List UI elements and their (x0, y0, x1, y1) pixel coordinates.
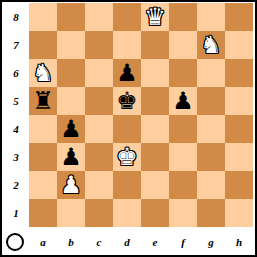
square-h3[interactable] (225, 143, 253, 171)
square-f1[interactable] (169, 199, 197, 227)
file-label-e: e (141, 227, 169, 254)
square-e5[interactable] (141, 87, 169, 115)
square-b2[interactable]: ♟ (57, 171, 85, 199)
square-a6[interactable]: ♞ (29, 59, 57, 87)
square-a2[interactable] (29, 171, 57, 199)
square-d8[interactable] (113, 3, 141, 31)
square-a4[interactable] (29, 115, 57, 143)
square-h2[interactable] (225, 171, 253, 199)
square-b7[interactable] (57, 31, 85, 59)
square-c7[interactable] (85, 31, 113, 59)
square-d2[interactable] (113, 171, 141, 199)
square-h8[interactable] (225, 3, 253, 31)
square-g4[interactable] (197, 115, 225, 143)
square-g6[interactable] (197, 59, 225, 87)
rank-label-5: 5 (3, 87, 29, 115)
square-b5[interactable] (57, 87, 85, 115)
square-h1[interactable] (225, 199, 253, 227)
rank-label-8: 8 (3, 3, 29, 31)
turn-indicator-area (3, 227, 29, 254)
square-d5[interactable]: ♚ (113, 87, 141, 115)
square-b4[interactable]: ♟ (57, 115, 85, 143)
square-e2[interactable] (141, 171, 169, 199)
square-e3[interactable] (141, 143, 169, 171)
black-rook[interactable]: ♜ (32, 87, 54, 115)
square-a7[interactable] (29, 31, 57, 59)
black-king[interactable]: ♚ (116, 87, 138, 115)
square-g2[interactable] (197, 171, 225, 199)
square-e6[interactable] (141, 59, 169, 87)
rank-labels: 87654321 (3, 3, 29, 227)
square-g5[interactable] (197, 87, 225, 115)
square-f6[interactable] (169, 59, 197, 87)
square-b1[interactable] (57, 199, 85, 227)
file-labels: abcdefgh (29, 227, 253, 254)
white-knight[interactable]: ♞ (200, 31, 222, 59)
square-c2[interactable] (85, 171, 113, 199)
file-label-d: d (113, 227, 141, 254)
square-b3[interactable]: ♟ (57, 143, 85, 171)
square-c1[interactable] (85, 199, 113, 227)
file-label-f: f (169, 227, 197, 254)
black-pawn[interactable]: ♟ (172, 87, 194, 115)
square-g3[interactable] (197, 143, 225, 171)
square-h5[interactable] (225, 87, 253, 115)
file-label-c: c (85, 227, 113, 254)
square-g7[interactable]: ♞ (197, 31, 225, 59)
black-pawn[interactable]: ♟ (60, 143, 82, 171)
square-a3[interactable] (29, 143, 57, 171)
square-h6[interactable] (225, 59, 253, 87)
file-label-h: h (225, 227, 253, 254)
rank-label-6: 6 (3, 59, 29, 87)
file-label-b: b (57, 227, 85, 254)
square-d4[interactable] (113, 115, 141, 143)
square-c6[interactable] (85, 59, 113, 87)
diagram-inner: 87654321 ♛♞♞♟♜♚♟♟♟♚♟ abcdefgh (3, 3, 253, 254)
square-e1[interactable] (141, 199, 169, 227)
square-f8[interactable] (169, 3, 197, 31)
rank-label-7: 7 (3, 31, 29, 59)
square-f2[interactable] (169, 171, 197, 199)
chess-diagram: 87654321 ♛♞♞♟♜♚♟♟♟♚♟ abcdefgh (0, 0, 257, 257)
black-pawn[interactable]: ♟ (60, 115, 82, 143)
white-pawn[interactable]: ♟ (60, 171, 82, 199)
white-knight[interactable]: ♞ (32, 59, 54, 87)
square-f7[interactable] (169, 31, 197, 59)
square-d1[interactable] (113, 199, 141, 227)
rank-label-4: 4 (3, 115, 29, 143)
square-c8[interactable] (85, 3, 113, 31)
square-a8[interactable] (29, 3, 57, 31)
square-e4[interactable] (141, 115, 169, 143)
square-c4[interactable] (85, 115, 113, 143)
black-pawn[interactable]: ♟ (116, 59, 138, 87)
square-d7[interactable] (113, 31, 141, 59)
square-h4[interactable] (225, 115, 253, 143)
square-b8[interactable] (57, 3, 85, 31)
square-e8[interactable]: ♛ (141, 3, 169, 31)
rank-label-2: 2 (3, 171, 29, 199)
rank-label-1: 1 (3, 199, 29, 227)
rank-label-3: 3 (3, 143, 29, 171)
square-f4[interactable] (169, 115, 197, 143)
square-e7[interactable] (141, 31, 169, 59)
file-label-g: g (197, 227, 225, 254)
square-f5[interactable]: ♟ (169, 87, 197, 115)
board: ♛♞♞♟♜♚♟♟♟♚♟ (29, 3, 253, 227)
square-g8[interactable] (197, 3, 225, 31)
square-c5[interactable] (85, 87, 113, 115)
white-to-move-indicator (6, 233, 24, 251)
square-a1[interactable] (29, 199, 57, 227)
square-b6[interactable] (57, 59, 85, 87)
square-d6[interactable]: ♟ (113, 59, 141, 87)
file-label-a: a (29, 227, 57, 254)
square-c3[interactable] (85, 143, 113, 171)
white-queen[interactable]: ♛ (144, 3, 166, 31)
square-a5[interactable]: ♜ (29, 87, 57, 115)
square-g1[interactable] (197, 199, 225, 227)
white-king[interactable]: ♚ (116, 143, 138, 171)
square-d3[interactable]: ♚ (113, 143, 141, 171)
square-f3[interactable] (169, 143, 197, 171)
square-h7[interactable] (225, 31, 253, 59)
